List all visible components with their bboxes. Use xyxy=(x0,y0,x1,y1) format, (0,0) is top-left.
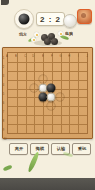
action-button-bar: 离开 悔棋 认输 重玩 xyxy=(0,142,95,154)
grid-cell xyxy=(78,97,87,106)
decoration-stone xyxy=(41,34,48,41)
grid-cell xyxy=(17,106,26,115)
legal-move-hint[interactable] xyxy=(47,102,56,111)
grid-cell xyxy=(8,80,17,89)
grid-cell xyxy=(8,89,17,98)
player-avatar-black[interactable] xyxy=(14,9,34,29)
grid-cell xyxy=(34,62,43,71)
grid-cell xyxy=(52,115,61,124)
column-label: J xyxy=(83,48,91,52)
grid-cell xyxy=(61,115,70,124)
grid-cell xyxy=(26,124,35,133)
row-label: 1 xyxy=(0,50,8,54)
grid-cell xyxy=(78,124,87,133)
grid-cell xyxy=(52,124,61,133)
grid-cell xyxy=(78,80,87,89)
player-label: 我方 xyxy=(8,27,38,45)
grid-cell xyxy=(78,106,87,115)
row-label: 5 xyxy=(0,86,8,90)
grid-cell xyxy=(69,89,78,98)
grid-cell xyxy=(61,106,70,115)
grid-cell xyxy=(34,106,43,115)
grid-cell xyxy=(17,89,26,98)
grid-cell xyxy=(43,115,52,124)
grid-cell xyxy=(69,97,78,106)
row-label: 2 xyxy=(0,59,8,63)
grid-cell xyxy=(43,62,52,71)
black-disc xyxy=(38,93,47,102)
black-disc xyxy=(47,84,56,93)
grid-cell xyxy=(8,124,17,133)
grid-cell xyxy=(69,62,78,71)
row-label: 10 xyxy=(0,131,8,135)
grid-cell xyxy=(8,115,17,124)
opponent-label: 电脑 xyxy=(54,26,84,44)
row-label: 4 xyxy=(0,77,8,81)
grid-cell xyxy=(26,97,35,106)
game-screen: 我方 2 : 2 电脑 ABCDEFGHIJ12345678910 离开 悔棋 … xyxy=(0,0,95,190)
grid-cell xyxy=(61,80,70,89)
score-white: 2 xyxy=(56,15,61,24)
grid-cell xyxy=(34,124,43,133)
grid-cell xyxy=(17,80,26,89)
grid-cell xyxy=(61,71,70,80)
grid-cell xyxy=(26,62,35,71)
grid-cell xyxy=(8,62,17,71)
grid-cell xyxy=(17,71,26,80)
column-label: H xyxy=(65,48,73,52)
legal-move-hint[interactable] xyxy=(38,75,47,84)
grid-cell xyxy=(8,71,17,80)
grid-cell xyxy=(17,115,26,124)
column-label: D xyxy=(30,48,38,52)
legal-move-hint[interactable] xyxy=(56,93,65,102)
grid-cell xyxy=(69,80,78,89)
grid-cell xyxy=(78,89,87,98)
grid-cell xyxy=(26,71,35,80)
column-label: I xyxy=(74,48,82,52)
status-bar-smudge xyxy=(1,0,9,5)
replay-button[interactable]: 重玩 xyxy=(72,143,91,155)
leaf-decoration xyxy=(27,151,41,173)
legal-move-hint[interactable] xyxy=(29,84,38,93)
row-label: 6 xyxy=(0,95,8,99)
column-label: C xyxy=(21,48,29,52)
grid-cell xyxy=(26,115,35,124)
column-label: B xyxy=(12,48,20,52)
column-label: G xyxy=(56,48,64,52)
row-label: 9 xyxy=(0,122,8,126)
score-black: 2 xyxy=(40,15,45,24)
grid-cell xyxy=(69,124,78,133)
grid-cell xyxy=(69,71,78,80)
grid-cell xyxy=(52,62,61,71)
grid-cell xyxy=(78,115,87,124)
column-label: E xyxy=(39,48,47,52)
grid-cell xyxy=(43,124,52,133)
black-stone-avatar-icon xyxy=(19,14,30,25)
grid-cell xyxy=(69,106,78,115)
bottom-band xyxy=(0,178,95,190)
grid-cell xyxy=(78,71,87,80)
grid-cell xyxy=(8,97,17,106)
grid-cell xyxy=(52,71,61,80)
score-separator: : xyxy=(49,15,53,24)
grid-cell xyxy=(8,106,17,115)
leave-button[interactable]: 离开 xyxy=(9,143,28,155)
grid-cell xyxy=(26,106,35,115)
row-label: 7 xyxy=(0,104,8,108)
row-label: 8 xyxy=(0,113,8,117)
opponent-avatar-face xyxy=(81,13,86,18)
grid-cell xyxy=(61,124,70,133)
othello-board[interactable]: ABCDEFGHIJ12345678910 xyxy=(2,47,93,139)
grid-cell xyxy=(17,62,26,71)
grid-cell xyxy=(17,124,26,133)
white-disc xyxy=(47,93,56,102)
leaf-decoration xyxy=(3,164,13,171)
grid-cell xyxy=(61,62,70,71)
row-label: 3 xyxy=(0,68,8,72)
column-label: F xyxy=(47,48,55,52)
grid-cell xyxy=(69,115,78,124)
white-disc xyxy=(38,84,47,93)
score-display: 2 : 2 xyxy=(36,12,65,26)
opponent-avatar[interactable] xyxy=(77,9,92,24)
decoration-stone xyxy=(44,38,51,45)
grid-cell xyxy=(17,97,26,106)
undo-button[interactable]: 悔棋 xyxy=(30,143,49,155)
grid-cell xyxy=(78,62,87,71)
grid-cell xyxy=(34,115,43,124)
